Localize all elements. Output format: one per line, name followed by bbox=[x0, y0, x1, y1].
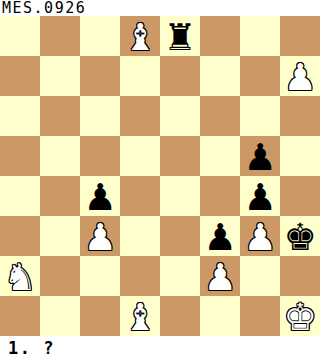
square-h1[interactable]: ♚ bbox=[280, 296, 320, 336]
square-b6[interactable] bbox=[40, 96, 80, 136]
square-b1[interactable] bbox=[40, 296, 80, 336]
square-g7[interactable] bbox=[240, 56, 280, 96]
square-a2[interactable]: ♞ bbox=[0, 256, 40, 296]
puzzle-id: MES.0926 bbox=[0, 0, 320, 16]
square-b8[interactable] bbox=[40, 16, 80, 56]
white-knight: ♞ bbox=[3, 259, 36, 296]
square-h8[interactable] bbox=[280, 16, 320, 56]
move-prompt: 1. ? bbox=[0, 336, 320, 360]
square-c8[interactable] bbox=[80, 16, 120, 56]
square-h2[interactable] bbox=[280, 256, 320, 296]
square-g4[interactable]: ♟ bbox=[240, 176, 280, 216]
square-a6[interactable] bbox=[0, 96, 40, 136]
square-a5[interactable] bbox=[0, 136, 40, 176]
white-pawn: ♟ bbox=[243, 219, 276, 256]
square-h3[interactable]: ♚ bbox=[280, 216, 320, 256]
square-e6[interactable] bbox=[160, 96, 200, 136]
square-a8[interactable] bbox=[0, 16, 40, 56]
square-f8[interactable] bbox=[200, 16, 240, 56]
square-b5[interactable] bbox=[40, 136, 80, 176]
white-pawn: ♟ bbox=[83, 219, 116, 256]
square-e1[interactable] bbox=[160, 296, 200, 336]
square-e5[interactable] bbox=[160, 136, 200, 176]
square-f7[interactable] bbox=[200, 56, 240, 96]
black-pawn: ♟ bbox=[83, 179, 116, 216]
square-g5[interactable]: ♟ bbox=[240, 136, 280, 176]
square-b4[interactable] bbox=[40, 176, 80, 216]
square-h4[interactable] bbox=[280, 176, 320, 216]
square-c1[interactable] bbox=[80, 296, 120, 336]
square-d5[interactable] bbox=[120, 136, 160, 176]
square-g2[interactable] bbox=[240, 256, 280, 296]
square-b7[interactable] bbox=[40, 56, 80, 96]
square-c5[interactable] bbox=[80, 136, 120, 176]
square-g3[interactable]: ♟ bbox=[240, 216, 280, 256]
square-f4[interactable] bbox=[200, 176, 240, 216]
square-g8[interactable] bbox=[240, 16, 280, 56]
square-a7[interactable] bbox=[0, 56, 40, 96]
square-a4[interactable] bbox=[0, 176, 40, 216]
square-d3[interactable] bbox=[120, 216, 160, 256]
square-h5[interactable] bbox=[280, 136, 320, 176]
black-king: ♚ bbox=[283, 219, 316, 256]
square-b2[interactable] bbox=[40, 256, 80, 296]
square-g1[interactable] bbox=[240, 296, 280, 336]
square-d6[interactable] bbox=[120, 96, 160, 136]
white-pawn: ♟ bbox=[283, 59, 316, 96]
square-f1[interactable] bbox=[200, 296, 240, 336]
square-h6[interactable] bbox=[280, 96, 320, 136]
black-pawn: ♟ bbox=[243, 139, 276, 176]
square-e7[interactable] bbox=[160, 56, 200, 96]
square-f3[interactable]: ♟ bbox=[200, 216, 240, 256]
square-e3[interactable] bbox=[160, 216, 200, 256]
square-d1[interactable]: ♝ bbox=[120, 296, 160, 336]
black-pawn: ♟ bbox=[243, 179, 276, 216]
square-d7[interactable] bbox=[120, 56, 160, 96]
white-pawn: ♟ bbox=[203, 259, 236, 296]
square-c4[interactable]: ♟ bbox=[80, 176, 120, 216]
square-g6[interactable] bbox=[240, 96, 280, 136]
black-rook: ♜ bbox=[163, 19, 196, 56]
square-d8[interactable]: ♝ bbox=[120, 16, 160, 56]
square-f6[interactable] bbox=[200, 96, 240, 136]
square-e4[interactable] bbox=[160, 176, 200, 216]
white-bishop: ♝ bbox=[123, 299, 156, 336]
square-c6[interactable] bbox=[80, 96, 120, 136]
square-c2[interactable] bbox=[80, 256, 120, 296]
white-king: ♚ bbox=[283, 299, 316, 336]
square-a1[interactable] bbox=[0, 296, 40, 336]
chess-puzzle-window: MES.0926 ♝♜♟♟♟♟♟♟♟♚♞♟♝♚ 1. ? bbox=[0, 0, 320, 360]
square-d2[interactable] bbox=[120, 256, 160, 296]
square-f5[interactable] bbox=[200, 136, 240, 176]
square-c7[interactable] bbox=[80, 56, 120, 96]
square-b3[interactable] bbox=[40, 216, 80, 256]
square-e2[interactable] bbox=[160, 256, 200, 296]
black-pawn: ♟ bbox=[203, 219, 236, 256]
square-d4[interactable] bbox=[120, 176, 160, 216]
square-a3[interactable] bbox=[0, 216, 40, 256]
chess-board: ♝♜♟♟♟♟♟♟♟♚♞♟♝♚ bbox=[0, 16, 320, 336]
square-h7[interactable]: ♟ bbox=[280, 56, 320, 96]
square-e8[interactable]: ♜ bbox=[160, 16, 200, 56]
white-bishop: ♝ bbox=[123, 19, 156, 56]
square-c3[interactable]: ♟ bbox=[80, 216, 120, 256]
square-f2[interactable]: ♟ bbox=[200, 256, 240, 296]
